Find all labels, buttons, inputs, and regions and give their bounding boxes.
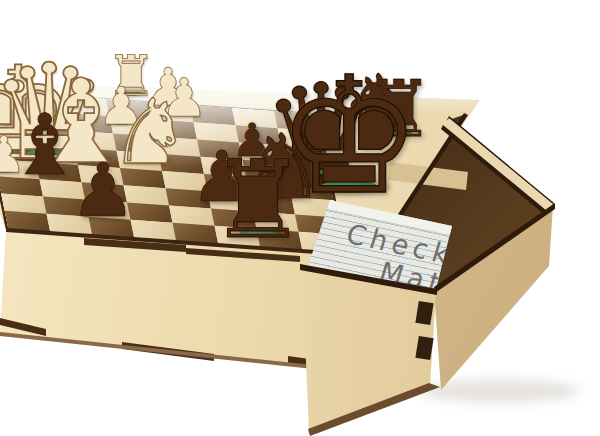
- dark-rook[interactable]: ♜: [204, 146, 312, 238]
- rook-glyph: ♜: [204, 146, 312, 254]
- pieces-layer: ♟♚♛♝♟♜♞♟♟♝♟♟♟♜♞♝♛♚♞♜: [0, 0, 600, 436]
- chess-box-photo: Check Mate ♟♚♛♝♟♜♞♟♟♝♟♟♟♜♞♝♛♚♞♜: [0, 0, 600, 436]
- pawn-glyph: ♟: [66, 153, 140, 227]
- dark-pawn[interactable]: ♟: [66, 153, 140, 216]
